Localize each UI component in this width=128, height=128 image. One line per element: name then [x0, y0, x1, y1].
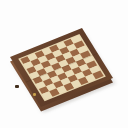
board-face [10, 28, 113, 107]
hinge-pin-icon [33, 93, 36, 96]
brass-clasp [15, 85, 19, 88]
page-background [0, 0, 128, 128]
chessboard-scene [0, 0, 128, 128]
